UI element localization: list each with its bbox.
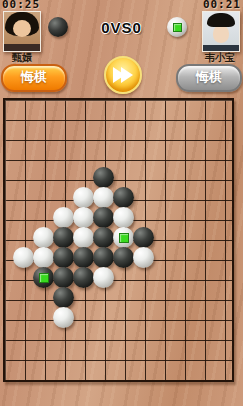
right-player-timer: 00:21 <box>203 0 241 11</box>
left-player-name: 甄嬛 <box>0 51 44 65</box>
stone-white <box>93 267 114 288</box>
stone-white <box>73 187 94 208</box>
stone-white <box>33 227 54 248</box>
last-move-marker <box>39 273 49 283</box>
stone-black <box>113 187 134 208</box>
stone-black <box>53 287 74 308</box>
avatar-face <box>213 25 229 43</box>
left-player-timer: 00:25 <box>2 0 40 11</box>
stone-white <box>33 247 54 268</box>
right-player-avatar <box>202 11 240 52</box>
stone-white <box>73 227 94 248</box>
left-player-avatar <box>3 11 41 52</box>
black-stone-icon <box>48 17 68 37</box>
stone-white <box>13 247 34 268</box>
game-screen: 00:25 00:21 0VS0 甄嬛 韦小宝 悔棋 悔棋 <box>0 0 243 406</box>
turn-marker <box>173 23 182 32</box>
avatar-shoulders <box>4 44 40 51</box>
last-move-marker <box>119 233 129 243</box>
avatar-hat <box>207 13 235 27</box>
stone-black <box>93 207 114 228</box>
fast-forward-button[interactable] <box>104 56 142 94</box>
undo-button-left[interactable]: 悔棋 <box>1 64 67 92</box>
stone-white <box>53 207 74 228</box>
stone-black <box>93 247 114 268</box>
stone-black <box>93 227 114 248</box>
stone-white <box>113 207 134 228</box>
stone-white <box>53 307 74 328</box>
stone-black <box>93 167 114 188</box>
stone-black <box>73 247 94 268</box>
stone-black <box>113 247 134 268</box>
stone-black <box>73 267 94 288</box>
right-player-name: 韦小宝 <box>197 51 243 65</box>
avatar-face <box>13 20 31 37</box>
board[interactable] <box>3 98 234 382</box>
stone-white <box>93 187 114 208</box>
stone-black <box>53 227 74 248</box>
fast-forward-icon <box>121 67 133 83</box>
stone-black <box>53 267 74 288</box>
stone-white <box>73 207 94 228</box>
stone-black <box>53 247 74 268</box>
stone-black <box>33 267 54 288</box>
stone-white <box>113 227 134 248</box>
stone-black <box>133 227 154 248</box>
stone-white <box>133 247 154 268</box>
score-text: 0VS0 <box>70 19 173 36</box>
undo-button-right[interactable]: 悔棋 <box>176 64 242 92</box>
white-stone-icon <box>167 17 187 37</box>
